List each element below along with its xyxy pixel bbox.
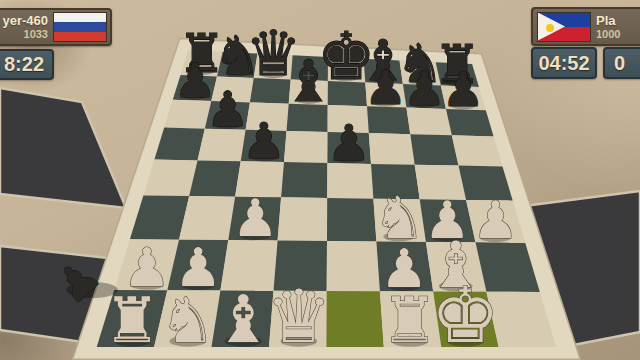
game-screen: ♟♜♞♛♚♝♞♜♟♝♟♟♟♟♟♟♟♞♟♟♟♟♟♝♜♞♝♛♜♚ yer-460 1… (0, 0, 640, 360)
player-name-left: yer-460 (2, 14, 48, 27)
square-d5[interactable] (284, 131, 328, 163)
square-e1[interactable] (326, 291, 383, 347)
piece-black-bishop-d7[interactable]: ♝ (283, 48, 334, 114)
square-g5[interactable] (410, 134, 458, 165)
clock-right-primary: 04:52 (531, 47, 597, 79)
capture-tray-left-far (0, 88, 126, 208)
player-name-right: Pla (596, 14, 616, 27)
piece-white-rook-f1[interactable]: ♜ (382, 284, 438, 357)
flag-philippines (537, 12, 591, 42)
clock-left: 8:22 (0, 49, 54, 80)
piece-black-pawn-g7[interactable]: ♟ (403, 61, 446, 116)
flag-russia (53, 12, 107, 42)
piece-white-king-g1[interactable]: ♚ (431, 271, 500, 360)
square-e2[interactable] (327, 241, 380, 291)
piece-black-pawn-e5[interactable]: ♟ (327, 114, 371, 172)
piece-black-pawn-h7[interactable]: ♟ (442, 62, 485, 117)
piece-white-rook-a1[interactable]: ♜ (104, 284, 160, 357)
square-d4[interactable] (281, 162, 327, 198)
piece-white-pawn-c3[interactable]: ♟ (232, 188, 278, 248)
player-rating-left: 1033 (24, 29, 48, 40)
player-panel-left: yer-460 1033 (0, 8, 112, 46)
piece-white-queen-d1[interactable]: ♛ (266, 274, 332, 359)
square-f5[interactable] (369, 133, 415, 165)
piece-white-knight-b1[interactable]: ♞ (160, 284, 216, 357)
piece-black-pawn-c5[interactable]: ♟ (242, 112, 286, 170)
player-panel-right: Pla 1000 (531, 7, 640, 46)
square-e3[interactable] (327, 198, 376, 241)
square-d3[interactable] (278, 197, 328, 241)
player-rating-right: 1000 (596, 29, 620, 40)
clock-right-secondary: 0 (603, 47, 640, 79)
piece-white-bishop-c1[interactable]: ♝ (214, 281, 273, 358)
piece-black-pawn-f7[interactable]: ♟ (364, 60, 407, 115)
